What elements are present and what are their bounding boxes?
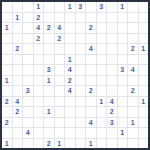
cell-r4c14[interactable] [139, 34, 149, 44]
cell-r8c12[interactable] [118, 76, 128, 86]
cell-r4c8[interactable] [76, 34, 86, 44]
cell-r1c13[interactable] [128, 2, 138, 12]
cell-r7c12: 3 [118, 65, 128, 75]
cell-r4c13[interactable] [128, 34, 138, 44]
cell-r4c2[interactable] [13, 34, 23, 44]
cell-r10c9[interactable] [86, 97, 96, 107]
cell-r1c14[interactable] [139, 2, 149, 12]
cell-r13c3: 4 [23, 128, 33, 138]
cell-r12c1: 2 [2, 118, 12, 128]
cell-r1c4: 1 [34, 2, 44, 12]
cell-r5c10[interactable] [97, 44, 107, 54]
cell-r10c8[interactable] [76, 97, 86, 107]
cell-r13c12: 1 [118, 128, 128, 138]
cell-r8c14[interactable] [139, 76, 149, 86]
cell-r9c13: 2 [128, 86, 138, 96]
cell-r14c8[interactable] [76, 139, 86, 149]
puzzle-board: 1133112142422224211343411234222414121224… [2, 2, 148, 148]
cell-r9c1[interactable] [2, 86, 12, 96]
cell-r7c10[interactable] [97, 65, 107, 75]
cell-r7c7: 4 [65, 65, 75, 75]
cell-r12c12[interactable] [118, 118, 128, 128]
cell-r9c7: 4 [65, 86, 75, 96]
cell-r8c2[interactable] [13, 76, 23, 86]
cell-r10c4[interactable] [34, 97, 44, 107]
cell-r8c10[interactable] [97, 76, 107, 86]
cell-r12c13: 1 [128, 118, 138, 128]
cell-r4c3[interactable] [23, 34, 33, 44]
cell-r14c3[interactable] [23, 139, 33, 149]
cell-r8c1: 1 [2, 76, 12, 86]
cell-r11c4[interactable] [34, 107, 44, 117]
cell-r12c14[interactable] [139, 118, 149, 128]
cell-r4c9[interactable] [86, 34, 96, 44]
cell-r5c6[interactable] [55, 44, 65, 54]
cell-r8c11[interactable] [107, 76, 117, 86]
cell-r2c13[interactable] [128, 13, 138, 23]
cell-r13c9[interactable] [86, 128, 96, 138]
cell-r3c10[interactable] [97, 23, 107, 33]
cell-r10c5[interactable] [44, 97, 54, 107]
cell-r3c2[interactable] [13, 23, 23, 33]
cell-r12c9: 4 [86, 118, 96, 128]
cell-r8c3[interactable] [23, 76, 33, 86]
cell-r13c13[interactable] [128, 128, 138, 138]
cell-r6c12[interactable] [118, 55, 128, 65]
cell-r12c6[interactable] [55, 118, 65, 128]
cell-r6c4[interactable] [34, 55, 44, 65]
cell-r12c10[interactable] [97, 118, 107, 128]
cell-r12c4[interactable] [34, 118, 44, 128]
cell-r9c12[interactable] [118, 86, 128, 96]
cell-r6c9[interactable] [86, 55, 96, 65]
cell-r3c6: 4 [55, 23, 65, 33]
cell-r13c1[interactable] [2, 128, 12, 138]
cell-r12c8[interactable] [76, 118, 86, 128]
cell-r11c1[interactable] [2, 107, 12, 117]
cell-r3c11[interactable] [107, 23, 117, 33]
cell-r2c12[interactable] [118, 13, 128, 23]
cell-r11c3[interactable] [23, 107, 33, 117]
cell-r6c6[interactable] [55, 55, 65, 65]
cell-r8c6[interactable] [55, 76, 65, 86]
cell-r6c13[interactable] [128, 55, 138, 65]
cell-r6c3[interactable] [23, 55, 33, 65]
cell-r5c5[interactable] [44, 44, 54, 54]
cell-r14c7[interactable] [65, 139, 75, 149]
cell-r7c14[interactable] [139, 65, 149, 75]
cell-r9c10[interactable] [97, 86, 107, 96]
cell-r10c10: 1 [97, 97, 107, 107]
cell-r13c10[interactable] [97, 128, 107, 138]
cell-r7c2[interactable] [13, 65, 23, 75]
cell-r7c5: 3 [44, 65, 54, 75]
cell-r5c12[interactable] [118, 44, 128, 54]
cell-r14c11[interactable] [107, 139, 117, 149]
cell-r5c8[interactable] [76, 44, 86, 54]
cell-r2c4: 2 [34, 13, 44, 23]
cell-r1c3[interactable] [23, 2, 33, 12]
cell-r11c6[interactable] [55, 107, 65, 117]
cell-r14c14[interactable] [139, 139, 149, 149]
cell-r3c14[interactable] [139, 23, 149, 33]
cell-r6c5[interactable] [44, 55, 54, 65]
cell-r4c4: 2 [34, 34, 44, 44]
cell-r1c11[interactable] [107, 2, 117, 12]
cell-r13c8[interactable] [76, 128, 86, 138]
cell-r6c2[interactable] [13, 55, 23, 65]
cell-r2c7[interactable] [65, 13, 75, 23]
cell-r14c9: 1 [86, 139, 96, 149]
cell-r9c14[interactable] [139, 86, 149, 96]
cell-r7c3[interactable] [23, 65, 33, 75]
cell-r1c6[interactable] [55, 2, 65, 12]
cell-r11c11: 2 [107, 107, 117, 117]
cell-r2c11[interactable] [107, 13, 117, 23]
cell-r2c14[interactable] [139, 13, 149, 23]
cell-r7c11[interactable] [107, 65, 117, 75]
cell-r11c9[interactable] [86, 107, 96, 117]
cell-r10c11: 4 [107, 97, 117, 107]
cell-r11c13[interactable] [128, 107, 138, 117]
cell-r12c3[interactable] [23, 118, 33, 128]
cell-r13c4[interactable] [34, 128, 44, 138]
cell-r14c13[interactable] [128, 139, 138, 149]
cell-r10c1: 2 [2, 97, 12, 107]
cell-r12c7[interactable] [65, 118, 75, 128]
cell-r10c12[interactable] [118, 97, 128, 107]
cell-r6c10[interactable] [97, 55, 107, 65]
cell-r6c11[interactable] [107, 55, 117, 65]
cell-r3c5: 2 [44, 23, 54, 33]
cell-r7c13: 4 [128, 65, 138, 75]
cell-r5c7[interactable] [65, 44, 75, 54]
cell-r11c8[interactable] [76, 107, 86, 117]
cell-r5c14: 1 [139, 44, 149, 54]
cell-r3c9: 2 [86, 23, 96, 33]
cell-r8c9[interactable] [86, 76, 96, 86]
cell-r10c2: 4 [13, 97, 23, 107]
cell-r6c8[interactable] [76, 55, 86, 65]
cell-r9c5[interactable] [44, 86, 54, 96]
cell-r14c2[interactable] [13, 139, 23, 149]
cell-r6c7: 1 [65, 55, 75, 65]
cell-r9c9: 2 [86, 86, 96, 96]
cell-r11c14[interactable] [139, 107, 149, 117]
cell-r10c3[interactable] [23, 97, 33, 107]
cell-r10c13[interactable] [128, 97, 138, 107]
cell-r2c9[interactable] [86, 13, 96, 23]
cell-r3c1: 1 [2, 23, 12, 33]
cell-r14c5: 2 [44, 139, 54, 149]
cell-r9c6[interactable] [55, 86, 65, 96]
cell-r5c11[interactable] [107, 44, 117, 54]
cell-r2c3[interactable] [23, 13, 33, 23]
cell-r10c7[interactable] [65, 97, 75, 107]
cell-r1c8: 3 [76, 2, 86, 12]
cell-r12c2[interactable] [13, 118, 23, 128]
cell-r1c12: 1 [118, 2, 128, 12]
cell-r14c12[interactable] [118, 139, 128, 149]
cell-r9c11[interactable] [107, 86, 117, 96]
cell-r8c13[interactable] [128, 76, 138, 86]
cell-r5c13: 2 [128, 44, 138, 54]
cell-r3c12[interactable] [118, 23, 128, 33]
cell-r3c3[interactable] [23, 23, 33, 33]
cell-r7c1[interactable] [2, 65, 12, 75]
cell-r11c7[interactable] [65, 107, 75, 117]
cell-r10c6[interactable] [55, 97, 65, 107]
cell-r8c4[interactable] [34, 76, 44, 86]
cell-r1c7: 1 [65, 2, 75, 12]
cell-r4c10[interactable] [97, 34, 107, 44]
cell-r2c6[interactable] [55, 13, 65, 23]
cell-r3c13[interactable] [128, 23, 138, 33]
cell-r2c2: 1 [13, 13, 23, 23]
cell-r4c12[interactable] [118, 34, 128, 44]
cell-r7c9[interactable] [86, 65, 96, 75]
cell-r9c3: 3 [23, 86, 33, 96]
cell-r7c6[interactable] [55, 65, 65, 75]
cell-r8c7: 2 [65, 76, 75, 86]
cell-r6c14[interactable] [139, 55, 149, 65]
cell-r8c5: 1 [44, 76, 54, 86]
cell-r11c10[interactable] [97, 107, 107, 117]
puzzle-board-frame: 1133112142422224211343411234222414121224… [0, 0, 150, 150]
cell-r3c8[interactable] [76, 23, 86, 33]
cell-r14c1: 1 [2, 139, 12, 149]
cell-r5c4[interactable] [34, 44, 44, 54]
cell-r1c1[interactable] [2, 2, 12, 12]
cell-r13c14[interactable] [139, 128, 149, 138]
cell-r7c8[interactable] [76, 65, 86, 75]
cell-r13c11[interactable] [107, 128, 117, 138]
cell-r14c6: 1 [55, 139, 65, 149]
cell-r4c7[interactable] [65, 34, 75, 44]
cell-r4c6: 2 [55, 34, 65, 44]
cell-r4c1[interactable] [2, 34, 12, 44]
cell-r4c5[interactable] [44, 34, 54, 44]
cell-r11c12[interactable] [118, 107, 128, 117]
cell-r8c8[interactable] [76, 76, 86, 86]
cell-r2c10[interactable] [97, 13, 107, 23]
cell-r9c4[interactable] [34, 86, 44, 96]
cell-r1c2[interactable] [13, 2, 23, 12]
cell-r14c10[interactable] [97, 139, 107, 149]
cell-r1c5[interactable] [44, 2, 54, 12]
cell-r1c9[interactable] [86, 2, 96, 12]
cell-r2c1[interactable] [2, 13, 12, 23]
cell-r2c8[interactable] [76, 13, 86, 23]
cell-r5c2: 2 [13, 44, 23, 54]
cell-r9c8[interactable] [76, 86, 86, 96]
cell-r3c7[interactable] [65, 23, 75, 33]
cell-r5c1[interactable] [2, 44, 12, 54]
cell-r2c5[interactable] [44, 13, 54, 23]
cell-r13c2[interactable] [13, 128, 23, 138]
cell-r12c11: 3 [107, 118, 117, 128]
cell-r4c11[interactable] [107, 34, 117, 44]
cell-r11c2: 2 [13, 107, 23, 117]
cell-r13c7[interactable] [65, 128, 75, 138]
cell-r5c9: 4 [86, 44, 96, 54]
cell-r14c4[interactable] [34, 139, 44, 149]
cell-r1c10: 3 [97, 2, 107, 12]
cell-r7c4[interactable] [34, 65, 44, 75]
cell-r12c5[interactable] [44, 118, 54, 128]
cell-r11c5: 1 [44, 107, 54, 117]
cell-r10c14: 1 [139, 97, 149, 107]
cell-r13c5[interactable] [44, 128, 54, 138]
cell-r6c1[interactable] [2, 55, 12, 65]
cell-r9c2[interactable] [13, 86, 23, 96]
cell-r5c3[interactable] [23, 44, 33, 54]
cell-r3c4: 4 [34, 23, 44, 33]
cell-r13c6[interactable] [55, 128, 65, 138]
